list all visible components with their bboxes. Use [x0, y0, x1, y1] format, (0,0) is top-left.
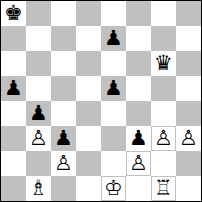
square-g4[interactable]: [151, 101, 176, 126]
chess-diagram: ♚♟♛♟♟♟♙♟♟♙♙♙♙♗♔♖: [0, 0, 202, 202]
square-a3[interactable]: [1, 126, 26, 151]
square-c5[interactable]: [51, 76, 76, 101]
square-h4[interactable]: [176, 101, 201, 126]
square-h3[interactable]: ♙: [176, 126, 201, 151]
square-d8[interactable]: [76, 1, 101, 26]
square-c6[interactable]: [51, 51, 76, 76]
square-h8[interactable]: [176, 1, 201, 26]
white-pawn[interactable]: ♙: [27, 127, 50, 150]
chess-board: ♚♟♛♟♟♟♙♟♟♙♙♙♙♗♔♖: [0, 0, 202, 202]
square-f6[interactable]: [126, 51, 151, 76]
square-c8[interactable]: [51, 1, 76, 26]
square-f4[interactable]: [126, 101, 151, 126]
square-h6[interactable]: [176, 51, 201, 76]
square-a7[interactable]: [1, 26, 26, 51]
square-h5[interactable]: [176, 76, 201, 101]
black-pawn[interactable]: ♟: [102, 27, 125, 50]
square-g2[interactable]: [151, 151, 176, 176]
square-e3[interactable]: [101, 126, 126, 151]
square-d1[interactable]: [76, 176, 101, 201]
square-a1[interactable]: [1, 176, 26, 201]
square-a2[interactable]: [1, 151, 26, 176]
square-a5[interactable]: ♟: [1, 76, 26, 101]
square-g1[interactable]: ♖: [151, 176, 176, 201]
square-h1[interactable]: [176, 176, 201, 201]
white-pawn[interactable]: ♙: [127, 152, 150, 175]
square-a8[interactable]: ♚: [1, 1, 26, 26]
square-f8[interactable]: [126, 1, 151, 26]
square-e7[interactable]: ♟: [101, 26, 126, 51]
square-g6[interactable]: ♛: [151, 51, 176, 76]
square-c4[interactable]: [51, 101, 76, 126]
square-f3[interactable]: ♟: [126, 126, 151, 151]
black-queen[interactable]: ♛: [152, 52, 175, 75]
square-a6[interactable]: [1, 51, 26, 76]
square-d4[interactable]: [76, 101, 101, 126]
square-f1[interactable]: [126, 176, 151, 201]
square-d5[interactable]: [76, 76, 101, 101]
square-e1[interactable]: ♔: [101, 176, 126, 201]
white-rook[interactable]: ♖: [152, 177, 175, 200]
square-d7[interactable]: [76, 26, 101, 51]
square-e8[interactable]: [101, 1, 126, 26]
square-a4[interactable]: [1, 101, 26, 126]
square-f5[interactable]: [126, 76, 151, 101]
square-b4[interactable]: ♟: [26, 101, 51, 126]
white-king[interactable]: ♔: [102, 177, 125, 200]
square-b8[interactable]: [26, 1, 51, 26]
square-e2[interactable]: [101, 151, 126, 176]
black-pawn[interactable]: ♟: [127, 127, 150, 150]
black-king[interactable]: ♚: [2, 2, 25, 25]
white-pawn[interactable]: ♙: [152, 127, 175, 150]
square-c3[interactable]: ♟: [51, 126, 76, 151]
white-bishop[interactable]: ♗: [27, 177, 50, 200]
square-g3[interactable]: ♙: [151, 126, 176, 151]
square-g5[interactable]: [151, 76, 176, 101]
black-pawn[interactable]: ♟: [2, 77, 25, 100]
black-pawn[interactable]: ♟: [52, 127, 75, 150]
square-b1[interactable]: ♗: [26, 176, 51, 201]
square-b6[interactable]: [26, 51, 51, 76]
square-g8[interactable]: [151, 1, 176, 26]
square-c7[interactable]: [51, 26, 76, 51]
square-d3[interactable]: [76, 126, 101, 151]
square-b5[interactable]: [26, 76, 51, 101]
square-g7[interactable]: [151, 26, 176, 51]
white-pawn[interactable]: ♙: [177, 127, 200, 150]
square-e5[interactable]: ♟: [101, 76, 126, 101]
black-pawn[interactable]: ♟: [102, 77, 125, 100]
square-e6[interactable]: [101, 51, 126, 76]
square-b2[interactable]: [26, 151, 51, 176]
square-h2[interactable]: [176, 151, 201, 176]
square-b3[interactable]: ♙: [26, 126, 51, 151]
square-c1[interactable]: [51, 176, 76, 201]
square-b7[interactable]: [26, 26, 51, 51]
square-f2[interactable]: ♙: [126, 151, 151, 176]
square-h7[interactable]: [176, 26, 201, 51]
white-pawn[interactable]: ♙: [52, 152, 75, 175]
square-f7[interactable]: [126, 26, 151, 51]
square-e4[interactable]: [101, 101, 126, 126]
black-pawn[interactable]: ♟: [27, 102, 50, 125]
square-d6[interactable]: [76, 51, 101, 76]
square-c2[interactable]: ♙: [51, 151, 76, 176]
square-d2[interactable]: [76, 151, 101, 176]
